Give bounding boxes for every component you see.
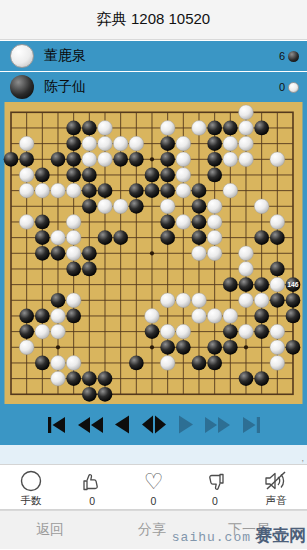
black-stone [254,324,269,339]
white-player-captures: 6 [279,50,299,62]
dislike-button[interactable]: 0 [184,465,245,509]
black-stone [19,324,34,339]
white-stone [176,215,191,230]
white-stone [270,152,285,167]
white-stone [19,183,34,198]
white-player-avatar [10,44,34,68]
black-stone [207,136,222,151]
black-stone [35,168,50,183]
heart-icon: ♡ [144,470,164,494]
black-player-captures: 0 [279,81,299,93]
black-stone [254,309,269,324]
title-bar: 弈典 1208 10520 [0,0,307,40]
black-stone [160,183,175,198]
black-stone [4,152,19,167]
white-stone [113,199,128,214]
black-stone [66,168,81,183]
black-stone [113,230,128,245]
white-stone [239,246,254,261]
black-stone [223,340,238,355]
white-stone [176,293,191,308]
white-stone [82,136,97,151]
white-captures-count: 6 [279,50,285,62]
black-stone [160,230,175,245]
black-stone [207,340,222,355]
black-stone [35,309,50,324]
black-stone [51,152,66,167]
sound-label: 声音 [266,494,287,508]
white-stone [254,199,269,214]
black-stone [207,152,222,167]
nav-back[interactable]: 返回 [36,521,64,539]
black-stone [82,168,97,183]
black-stone [207,121,222,136]
skip-to-end-button[interactable] [242,416,261,434]
white-stone [129,136,144,151]
white-stone [160,199,175,214]
player-bar-black: 陈子仙 0 [0,72,307,102]
black-stone [129,152,144,167]
white-stone [98,199,113,214]
black-stone [192,356,207,371]
white-stone [176,136,191,151]
black-stone [254,371,269,386]
black-stone [66,262,81,277]
black-stone [82,387,97,402]
black-stone [286,293,301,308]
black-stone [223,277,238,292]
white-stone [207,199,222,214]
black-stone [98,230,113,245]
move-count-button[interactable]: 手数 [0,465,61,509]
white-stone [270,277,285,292]
black-stone [160,340,175,355]
bottom-nav: 返回 分享 下一局 saihu.com 赛壶网 [0,510,307,549]
bottom-toolbar: 手数 0 ♡ 0 0 [0,464,307,510]
white-stone [239,324,254,339]
white-stone [176,324,191,339]
nav-share[interactable]: 分享 [138,521,166,539]
white-stone [176,168,191,183]
last-move-number: 146 [287,281,299,288]
white-stone [66,215,81,230]
white-stone [192,309,207,324]
white-stone [19,136,34,151]
speaker-muted-icon [263,469,289,493]
black-stone [82,199,97,214]
page-title: 弈典 1208 10520 [97,10,210,29]
black-stone [19,152,34,167]
go-viewer-app: 弈典 1208 10520 董鹿泉 6 陈子仙 0 146 [0,0,307,550]
black-captures-count: 0 [279,81,285,93]
white-stone [98,136,113,151]
black-stone [98,371,113,386]
white-stone [176,152,191,167]
black-stone [66,121,81,136]
black-stone [160,215,175,230]
playback-controls [0,404,307,445]
white-stone [254,293,269,308]
white-stone [176,183,191,198]
white-stone [51,309,66,324]
white-stone [239,152,254,167]
white-stone [270,340,285,355]
black-stone [160,168,175,183]
move-count-circle-icon [19,469,43,493]
black-stone [239,277,254,292]
black-player-name: 陈子仙 [44,78,279,96]
black-stone [145,168,160,183]
white-stone [160,324,175,339]
black-stone [19,309,34,324]
black-stone [129,199,144,214]
favorite-button[interactable]: ♡ 0 [123,465,184,509]
white-stone [19,168,34,183]
move-count-label: 手数 [20,494,41,508]
black-stone [98,183,113,198]
black-stone [254,230,269,245]
black-stone [129,356,144,371]
go-board[interactable]: 146 [0,102,307,404]
white-stone [223,136,238,151]
black-stone [270,262,285,277]
dislike-count: 0 [212,495,218,507]
white-stone [98,152,113,167]
white-stone [160,293,175,308]
black-stone [192,183,207,198]
black-stone [270,230,285,245]
white-stone [66,183,81,198]
black-stone [270,293,285,308]
like-count: 0 [89,495,95,507]
favorite-count: 0 [151,495,157,507]
back-forward-pair-button[interactable] [142,415,166,434]
white-stone [207,215,222,230]
black-stone [176,340,191,355]
white-stone [35,183,50,198]
white-stone [192,246,207,261]
skip-to-start-button[interactable] [47,416,66,434]
white-stone [239,121,254,136]
black-stone [223,324,238,339]
white-stone [160,121,175,136]
black-stone [98,387,113,402]
black-player-avatar [10,75,34,99]
black-stone [145,183,160,198]
black-stone [113,152,128,167]
black-stone [192,230,207,245]
black-stone [35,215,50,230]
black-stone [286,340,301,355]
black-stone [66,136,81,151]
black-stone [82,371,97,386]
white-stone [98,121,113,136]
black-stone [66,152,81,167]
white-stone [66,230,81,245]
black-stone [51,293,66,308]
black-stone [35,246,50,261]
white-stone [66,293,81,308]
white-stone [82,152,97,167]
black-stone [82,121,97,136]
watermark-latin: saihu.com [172,530,251,545]
white-player-name: 董鹿泉 [44,47,279,65]
player-bar-white: 董鹿泉 6 [0,41,307,71]
sound-button[interactable]: 声音 [246,465,307,509]
white-stone [270,356,285,371]
white-stone [19,215,34,230]
white-stone [207,246,222,261]
black-stone [223,121,238,136]
watermark-cjk: 赛壶网 [255,524,306,547]
black-stone [160,152,175,167]
white-stone [223,183,238,198]
black-stone [239,371,254,386]
thumb-up-icon [80,470,104,494]
captured-black-stone-icon [288,51,299,62]
white-stone [270,215,285,230]
black-stone [66,371,81,386]
white-stone [66,356,81,371]
white-stone [239,136,254,151]
play-forward-button[interactable] [178,415,193,434]
white-stone [239,105,254,120]
black-stone [192,215,207,230]
black-stone [66,309,81,324]
go-board-svg[interactable]: 146 [0,102,307,404]
black-stone [129,183,144,198]
black-stone [51,246,66,261]
fast-forward-button[interactable] [205,416,230,434]
white-stone [51,230,66,245]
white-stone [223,309,238,324]
white-stone [239,262,254,277]
black-stone [207,356,222,371]
black-stone [82,262,97,277]
white-stone [207,309,222,324]
white-stone [192,121,207,136]
thumb-down-icon [203,470,227,494]
white-stone [51,324,66,339]
white-stone [223,152,238,167]
black-stone [35,230,50,245]
white-stone [270,324,285,339]
corner-mark: , [301,454,304,463]
step-backward-button[interactable] [115,415,130,434]
white-stone [145,309,160,324]
white-stone [51,183,66,198]
black-stone [145,324,160,339]
white-stone [239,293,254,308]
watermark: saihu.com 赛壶网 [172,524,306,547]
fast-backward-button[interactable] [78,416,103,434]
spacer-strip: , [0,445,307,464]
black-stone [286,309,301,324]
white-stone [113,136,128,151]
captured-white-stone-icon [288,82,299,93]
black-stone [254,277,269,292]
black-stone [207,168,222,183]
black-stone [82,183,97,198]
black-stone [254,121,269,136]
like-button[interactable]: 0 [61,465,122,509]
white-stone [51,371,66,386]
black-stone [82,246,97,261]
white-stone [35,324,50,339]
black-stone [160,136,175,151]
black-stone [192,199,207,214]
white-stone [51,356,66,371]
white-stone [66,246,81,261]
black-stone [35,356,50,371]
white-stone [207,230,222,245]
white-stone [192,293,207,308]
white-stone [160,356,175,371]
white-stone [19,340,34,355]
